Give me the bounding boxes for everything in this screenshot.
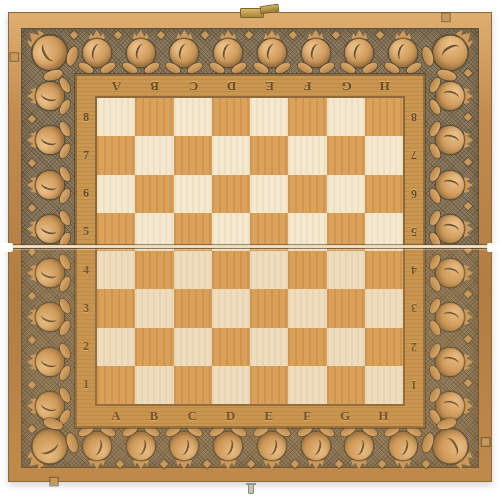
square-e7[interactable]: [250, 136, 288, 174]
pomegranate-icon: [27, 346, 69, 378]
square-h4[interactable]: [365, 251, 403, 289]
coord-label: 8: [75, 98, 97, 136]
square-c3[interactable]: [174, 289, 212, 327]
pomegranate-icon: [212, 427, 244, 469]
pomegranate-icon: [168, 427, 200, 469]
coord-label: G: [327, 404, 365, 428]
corner-medallion-bottom-right: [425, 428, 479, 468]
square-a2[interactable]: [97, 328, 135, 366]
product-photo: ABCDEFGH ABCDEFGH 87654321 87654321: [0, 0, 500, 500]
square-g4[interactable]: [327, 251, 365, 289]
coord-label: 2: [403, 328, 425, 366]
pomegranate-icon: [431, 301, 473, 333]
square-b4[interactable]: [135, 251, 173, 289]
square-g1[interactable]: [327, 366, 365, 404]
coord-label: B: [135, 74, 173, 98]
square-d7[interactable]: [212, 136, 250, 174]
pomegranate-icon: [387, 30, 419, 72]
square-e4[interactable]: [250, 251, 288, 289]
square-g6[interactable]: [327, 175, 365, 213]
square-g2[interactable]: [327, 328, 365, 366]
square-d4[interactable]: [212, 251, 250, 289]
coord-label: 6: [75, 175, 97, 213]
coord-label: E: [250, 404, 288, 428]
square-a3[interactable]: [97, 289, 135, 327]
coord-label: D: [212, 74, 250, 98]
corner-medallion-top-left: [21, 28, 75, 74]
square-h6[interactable]: [365, 175, 403, 213]
square-f2[interactable]: [288, 328, 326, 366]
square-e3[interactable]: [250, 289, 288, 327]
pomegranate-icon: [27, 390, 69, 422]
board-grid: [97, 98, 403, 404]
corner-medallion-top-right: [425, 28, 479, 74]
square-g8[interactable]: [327, 98, 365, 136]
square-a4[interactable]: [97, 251, 135, 289]
square-f7[interactable]: [288, 136, 326, 174]
square-c7[interactable]: [174, 136, 212, 174]
square-h2[interactable]: [365, 328, 403, 366]
corner-medallion-bottom-left: [21, 428, 75, 468]
coord-label: 6: [403, 175, 425, 213]
fold-gap-right: [487, 243, 500, 252]
pomegranate-icon: [125, 30, 157, 72]
pomegranate-icon: [431, 169, 473, 201]
side-left: [21, 74, 75, 428]
files-top: ABCDEFGH: [97, 74, 403, 98]
pomegranate-icon: [27, 213, 69, 245]
coord-label: 1: [403, 366, 425, 404]
side-right: [425, 74, 479, 428]
square-e8[interactable]: [250, 98, 288, 136]
pomegranate-icon: [81, 30, 113, 72]
coord-label: B: [135, 404, 173, 428]
square-b8[interactable]: [135, 98, 173, 136]
square-c2[interactable]: [174, 328, 212, 366]
pomegranate-icon: [27, 257, 69, 289]
square-d2[interactable]: [212, 328, 250, 366]
square-a7[interactable]: [97, 136, 135, 174]
pomegranate-icon: [27, 301, 69, 333]
coord-label: 7: [403, 136, 425, 174]
pomegranate-icon: [431, 390, 473, 422]
square-c6[interactable]: [174, 175, 212, 213]
coord-label: H: [365, 74, 403, 98]
square-a1[interactable]: [97, 366, 135, 404]
pomegranate-icon: [300, 30, 332, 72]
square-h7[interactable]: [365, 136, 403, 174]
pomegranate-icon: [431, 213, 473, 245]
square-f6[interactable]: [288, 175, 326, 213]
pomegranate-icon: [431, 124, 473, 156]
coord-label: 4: [403, 251, 425, 289]
square-b3[interactable]: [135, 289, 173, 327]
square-c1[interactable]: [174, 366, 212, 404]
square-e2[interactable]: [250, 328, 288, 366]
pomegranate-icon: [431, 346, 473, 378]
fold-gap-left: [0, 243, 13, 252]
fold-seam: [8, 244, 492, 250]
square-d8[interactable]: [212, 98, 250, 136]
square-f1[interactable]: [288, 366, 326, 404]
coord-label: C: [174, 404, 212, 428]
square-g7[interactable]: [327, 136, 365, 174]
square-e6[interactable]: [250, 175, 288, 213]
square-b1[interactable]: [135, 366, 173, 404]
square-f8[interactable]: [288, 98, 326, 136]
square-c4[interactable]: [174, 251, 212, 289]
pomegranate-icon: [300, 427, 332, 469]
files-bottom: ABCDEFGH: [97, 404, 403, 428]
coord-label: 2: [75, 328, 97, 366]
pomegranate-icon: [431, 80, 473, 112]
pomegranate-icon: [27, 169, 69, 201]
coord-label: F: [288, 404, 326, 428]
square-b7[interactable]: [135, 136, 173, 174]
square-c8[interactable]: [174, 98, 212, 136]
pomegranate-icon: [27, 124, 69, 156]
square-h8[interactable]: [365, 98, 403, 136]
pomegranate-icon: [343, 30, 375, 72]
ranks-right: 87654321: [403, 98, 425, 404]
square-a6[interactable]: [97, 175, 135, 213]
folding-chess-box: ABCDEFGH ABCDEFGH 87654321 87654321: [8, 12, 492, 482]
coord-label: F: [288, 74, 326, 98]
bottom-pin-icon: [248, 484, 254, 494]
side-bottom: [75, 428, 425, 468]
coord-label: 8: [403, 98, 425, 136]
square-h1[interactable]: [365, 366, 403, 404]
square-b2[interactable]: [135, 328, 173, 366]
coord-label: E: [250, 74, 288, 98]
coord-label: 4: [75, 251, 97, 289]
pomegranate-icon: [387, 427, 419, 469]
square-f3[interactable]: [288, 289, 326, 327]
brass-latch-icon: [240, 4, 280, 17]
pomegranate-icon: [168, 30, 200, 72]
square-a8[interactable]: [97, 98, 135, 136]
pomegranate-icon: [431, 257, 473, 289]
coord-label: G: [327, 74, 365, 98]
square-d1[interactable]: [212, 366, 250, 404]
pomegranate-icon: [81, 427, 113, 469]
pomegranate-icon: [27, 80, 69, 112]
square-d3[interactable]: [212, 289, 250, 327]
coord-label: 7: [75, 136, 97, 174]
pomegranate-icon: [256, 427, 288, 469]
coordinate-frame: ABCDEFGH ABCDEFGH 87654321 87654321: [75, 74, 425, 428]
coord-label: A: [97, 404, 135, 428]
coord-label: A: [97, 74, 135, 98]
side-top: [75, 28, 425, 74]
square-e1[interactable]: [250, 366, 288, 404]
pomegranate-icon: [343, 427, 375, 469]
pomegranate-icon: [256, 30, 288, 72]
square-d6[interactable]: [212, 175, 250, 213]
coord-label: C: [174, 74, 212, 98]
coord-label: D: [212, 404, 250, 428]
square-h3[interactable]: [365, 289, 403, 327]
pomegranate-icon: [212, 30, 244, 72]
square-b6[interactable]: [135, 175, 173, 213]
coord-label: 3: [75, 289, 97, 327]
ranks-left: 87654321: [75, 98, 97, 404]
coord-label: 3: [403, 289, 425, 327]
coord-label: 1: [75, 366, 97, 404]
square-f4[interactable]: [288, 251, 326, 289]
coord-label: H: [365, 404, 403, 428]
pomegranate-icon: [125, 427, 157, 469]
square-g3[interactable]: [327, 289, 365, 327]
